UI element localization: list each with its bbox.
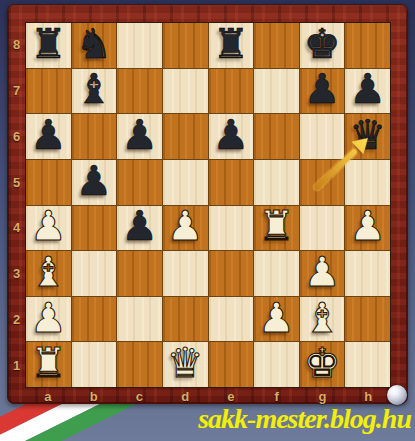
square-f7[interactable] xyxy=(254,69,299,114)
square-b2[interactable] xyxy=(72,297,117,342)
square-g7[interactable]: ♟ xyxy=(300,69,345,114)
file-label-e: e xyxy=(208,388,254,405)
square-e5[interactable] xyxy=(209,160,254,205)
square-b4[interactable] xyxy=(72,206,117,251)
square-g8[interactable]: ♚ xyxy=(300,23,345,68)
square-c5[interactable] xyxy=(117,160,162,205)
square-a6[interactable]: ♟ xyxy=(26,114,71,159)
square-b7[interactable]: ♝ xyxy=(72,69,117,114)
square-b6[interactable] xyxy=(72,114,117,159)
white-bishop-g2[interactable]: ♝ xyxy=(304,298,341,339)
square-d1[interactable]: ♛ xyxy=(163,342,208,387)
file-label-h: h xyxy=(345,388,391,405)
board: ♜♞♜♚♝♟♟♟♟♟♛♟♟♟♟♜♟♝♟♟♟♝♜♛♚ xyxy=(25,22,391,388)
rank-label-6: 6 xyxy=(8,114,25,160)
square-c4[interactable]: ♟ xyxy=(117,206,162,251)
black-queen-h6[interactable]: ♛ xyxy=(349,115,386,156)
white-pawn-g3[interactable]: ♟ xyxy=(304,252,341,293)
square-a1[interactable]: ♜ xyxy=(26,342,71,387)
square-d8[interactable] xyxy=(163,23,208,68)
square-a2[interactable]: ♟ xyxy=(26,297,71,342)
square-g3[interactable]: ♟ xyxy=(300,251,345,296)
black-pawn-g7[interactable]: ♟ xyxy=(304,69,341,110)
square-h6[interactable]: ♛ xyxy=(345,114,390,159)
white-pawn-h4[interactable]: ♟ xyxy=(349,206,386,247)
square-f2[interactable]: ♟ xyxy=(254,297,299,342)
square-g2[interactable]: ♝ xyxy=(300,297,345,342)
white-rook-a1[interactable]: ♜ xyxy=(30,343,67,384)
square-a5[interactable] xyxy=(26,160,71,205)
square-c6[interactable]: ♟ xyxy=(117,114,162,159)
square-g6[interactable] xyxy=(300,114,345,159)
file-label-g: g xyxy=(300,388,346,405)
file-labels: abcdefgh xyxy=(25,388,391,405)
square-c2[interactable] xyxy=(117,297,162,342)
square-g5[interactable] xyxy=(300,160,345,205)
square-f1[interactable] xyxy=(254,342,299,387)
white-pawn-d4[interactable]: ♟ xyxy=(167,206,204,247)
square-h4[interactable]: ♟ xyxy=(345,206,390,251)
square-c3[interactable] xyxy=(117,251,162,296)
white-bishop-a3[interactable]: ♝ xyxy=(30,252,67,293)
black-pawn-h7[interactable]: ♟ xyxy=(349,69,386,110)
square-e2[interactable] xyxy=(209,297,254,342)
corner-sphere-decoration xyxy=(387,385,407,405)
file-label-c: c xyxy=(117,388,163,405)
square-e8[interactable]: ♜ xyxy=(209,23,254,68)
file-label-d: d xyxy=(162,388,208,405)
rank-labels: 87654321 xyxy=(8,22,25,388)
square-e6[interactable]: ♟ xyxy=(209,114,254,159)
square-a7[interactable] xyxy=(26,69,71,114)
square-h5[interactable] xyxy=(345,160,390,205)
square-f5[interactable] xyxy=(254,160,299,205)
square-h7[interactable]: ♟ xyxy=(345,69,390,114)
black-pawn-c4[interactable]: ♟ xyxy=(121,206,158,247)
rank-label-7: 7 xyxy=(8,68,25,114)
white-pawn-a2[interactable]: ♟ xyxy=(30,298,67,339)
black-bishop-b7[interactable]: ♝ xyxy=(76,69,113,110)
black-rook-a8[interactable]: ♜ xyxy=(30,24,67,65)
square-d4[interactable]: ♟ xyxy=(163,206,208,251)
black-rook-e8[interactable]: ♜ xyxy=(212,24,249,65)
square-d2[interactable] xyxy=(163,297,208,342)
black-pawn-a6[interactable]: ♟ xyxy=(30,115,67,156)
square-g4[interactable] xyxy=(300,206,345,251)
file-label-a: a xyxy=(25,388,71,405)
rank-label-3: 3 xyxy=(8,251,25,297)
black-pawn-c6[interactable]: ♟ xyxy=(121,115,158,156)
square-c8[interactable] xyxy=(117,23,162,68)
square-h8[interactable] xyxy=(345,23,390,68)
square-f4[interactable]: ♜ xyxy=(254,206,299,251)
square-a4[interactable]: ♟ xyxy=(26,206,71,251)
square-d5[interactable] xyxy=(163,160,208,205)
square-e7[interactable] xyxy=(209,69,254,114)
black-king-g8[interactable]: ♚ xyxy=(304,24,341,65)
square-f6[interactable] xyxy=(254,114,299,159)
square-b3[interactable] xyxy=(72,251,117,296)
white-king-g1[interactable]: ♚ xyxy=(304,343,341,384)
square-d3[interactable] xyxy=(163,251,208,296)
black-pawn-b5[interactable]: ♟ xyxy=(76,161,113,202)
square-a8[interactable]: ♜ xyxy=(26,23,71,68)
square-b1[interactable] xyxy=(72,342,117,387)
square-a3[interactable]: ♝ xyxy=(26,251,71,296)
white-pawn-f2[interactable]: ♟ xyxy=(258,298,295,339)
square-f8[interactable] xyxy=(254,23,299,68)
white-rook-f4[interactable]: ♜ xyxy=(258,206,295,247)
square-h3[interactable] xyxy=(345,251,390,296)
square-e4[interactable] xyxy=(209,206,254,251)
board-frame: 87654321 abcdefgh ♜♞♜♚♝♟♟♟♟♟♛♟♟♟♟♜♟♝♟♟♟♝… xyxy=(7,4,408,404)
square-e1[interactable] xyxy=(209,342,254,387)
black-knight-b8[interactable]: ♞ xyxy=(76,24,113,65)
square-b8[interactable]: ♞ xyxy=(72,23,117,68)
file-label-f: f xyxy=(254,388,300,405)
square-h1[interactable] xyxy=(345,342,390,387)
black-pawn-e6[interactable]: ♟ xyxy=(212,115,249,156)
rank-label-4: 4 xyxy=(8,205,25,251)
white-queen-d1[interactable]: ♛ xyxy=(167,343,204,384)
square-e3[interactable] xyxy=(209,251,254,296)
chess-diagram: sakk-mester.blog.hu 87654321 abcdefgh ♜♞… xyxy=(0,0,415,441)
square-d7[interactable] xyxy=(163,69,208,114)
square-b5[interactable]: ♟ xyxy=(72,160,117,205)
square-c1[interactable] xyxy=(117,342,162,387)
file-label-b: b xyxy=(71,388,117,405)
rank-label-1: 1 xyxy=(8,342,25,388)
square-c7[interactable] xyxy=(117,69,162,114)
white-pawn-a4[interactable]: ♟ xyxy=(30,206,67,247)
square-h2[interactable] xyxy=(345,297,390,342)
rank-label-8: 8 xyxy=(8,22,25,68)
site-watermark: sakk-mester.blog.hu xyxy=(198,403,411,435)
square-g1[interactable]: ♚ xyxy=(300,342,345,387)
square-f3[interactable] xyxy=(254,251,299,296)
rank-label-5: 5 xyxy=(8,159,25,205)
rank-label-2: 2 xyxy=(8,297,25,343)
square-d6[interactable] xyxy=(163,114,208,159)
